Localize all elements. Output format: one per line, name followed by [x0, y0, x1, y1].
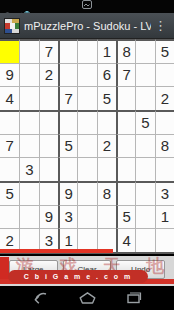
cell-r2c3[interactable]: 7	[58, 86, 77, 110]
navigation-bar	[0, 286, 174, 310]
cell-r2c1[interactable]	[19, 86, 38, 110]
cell-r0c8[interactable]: 5	[155, 39, 174, 63]
cell-r5c4[interactable]	[77, 157, 96, 181]
cell-r3c1[interactable]	[19, 110, 38, 134]
app-title: mPuzzlePro - Sudoku - LVL ...	[24, 20, 151, 32]
cell-r6c1[interactable]	[19, 181, 38, 205]
cell-r3c6[interactable]	[116, 110, 135, 134]
cell-r1c3[interactable]	[58, 63, 77, 87]
cell-r1c8[interactable]	[155, 63, 174, 87]
large-button[interactable]: Large	[9, 260, 58, 279]
cell-r8c1[interactable]	[19, 228, 38, 252]
cell-r7c7[interactable]	[135, 205, 154, 229]
cell-r3c5[interactable]	[97, 110, 116, 134]
toolbar: Large Clear Undo	[0, 256, 174, 286]
cell-r0c0[interactable]	[0, 39, 19, 63]
cell-r8c0[interactable]: 2	[0, 228, 19, 252]
cell-r0c1[interactable]	[19, 39, 38, 63]
back-icon[interactable]	[32, 292, 49, 304]
cell-r5c5[interactable]	[97, 157, 116, 181]
cell-r6c8[interactable]: 3	[155, 181, 174, 205]
cell-r3c4[interactable]	[77, 110, 96, 134]
cell-r4c6[interactable]	[116, 134, 135, 158]
cell-r5c6[interactable]	[116, 157, 135, 181]
cell-r8c7[interactable]	[135, 228, 154, 252]
cell-r5c8[interactable]	[155, 157, 174, 181]
home-icon[interactable]	[79, 292, 96, 304]
cell-r7c3[interactable]: 3	[58, 205, 77, 229]
recents-icon[interactable]	[125, 292, 142, 304]
cell-r6c7[interactable]	[135, 181, 154, 205]
cell-r4c7[interactable]	[135, 134, 154, 158]
cell-r6c4[interactable]	[77, 181, 96, 205]
cell-r2c0[interactable]: 4	[0, 86, 19, 110]
cell-r4c8[interactable]: 8	[155, 134, 174, 158]
cell-r8c3[interactable]: 1	[58, 228, 77, 252]
cell-r4c4[interactable]	[77, 134, 96, 158]
cell-r3c2[interactable]	[39, 110, 58, 134]
cell-r4c3[interactable]: 5	[58, 134, 77, 158]
cell-r6c5[interactable]: 8	[97, 181, 116, 205]
screen: 21:37 mPuzzlePro - Sudoku - LVL ... ⋮ 71…	[0, 0, 174, 310]
cell-r1c0[interactable]: 9	[0, 63, 19, 87]
cell-r0c6[interactable]: 8	[116, 39, 135, 63]
cell-r7c4[interactable]	[77, 205, 96, 229]
cell-r0c2[interactable]: 7	[39, 39, 58, 63]
cell-r7c2[interactable]: 9	[39, 205, 58, 229]
action-bar: mPuzzlePro - Sudoku - LVL ... ⋮	[0, 13, 174, 39]
cell-r2c2[interactable]	[39, 86, 58, 110]
cell-r5c0[interactable]	[0, 157, 19, 181]
overflow-menu-icon[interactable]: ⋮	[151, 19, 170, 32]
cell-r7c0[interactable]	[0, 205, 19, 229]
cell-r0c3[interactable]	[58, 39, 77, 63]
cell-r7c1[interactable]	[19, 205, 38, 229]
cell-r2c6[interactable]	[116, 86, 135, 110]
cell-r0c5[interactable]: 1	[97, 39, 116, 63]
cell-r8c6[interactable]: 4	[116, 228, 135, 252]
cell-r1c6[interactable]: 7	[116, 63, 135, 87]
cell-r6c0[interactable]: 5	[0, 181, 19, 205]
cell-r8c8[interactable]	[155, 228, 174, 252]
cell-r5c2[interactable]	[39, 157, 58, 181]
cell-r2c8[interactable]: 2	[155, 86, 174, 110]
cell-r3c8[interactable]	[155, 110, 174, 134]
cell-r0c4[interactable]	[77, 39, 96, 63]
cell-r7c6[interactable]: 5	[116, 205, 135, 229]
cell-r3c0[interactable]	[0, 110, 19, 134]
cell-r1c1[interactable]	[19, 63, 38, 87]
cell-r6c6[interactable]	[116, 181, 135, 205]
app-icon	[4, 18, 20, 34]
cell-r1c2[interactable]: 2	[39, 63, 58, 87]
cell-r7c8[interactable]: 1	[155, 205, 174, 229]
clear-button[interactable]: Clear	[63, 260, 112, 279]
cell-r4c2[interactable]	[39, 134, 58, 158]
notification-icon	[3, 0, 171, 9]
cell-r0c7[interactable]	[135, 39, 154, 63]
cell-r7c5[interactable]	[97, 205, 116, 229]
cell-r2c7[interactable]	[135, 86, 154, 110]
cell-r5c3[interactable]	[58, 157, 77, 181]
cell-r4c5[interactable]: 2	[97, 134, 116, 158]
sudoku-board: 718592674752575283598393512314	[0, 39, 174, 254]
cell-r8c4[interactable]	[77, 228, 96, 252]
cell-r1c7[interactable]	[135, 63, 154, 87]
cell-r2c4[interactable]	[77, 86, 96, 110]
cell-r2c5[interactable]: 5	[97, 86, 116, 110]
cell-r5c1[interactable]: 3	[19, 157, 38, 181]
status-bar: 21:37	[0, 0, 174, 13]
cell-r6c3[interactable]: 9	[58, 181, 77, 205]
cell-r4c1[interactable]	[19, 134, 38, 158]
undo-button[interactable]: Undo	[116, 260, 165, 279]
cell-r1c4[interactable]	[77, 63, 96, 87]
cell-r3c3[interactable]	[58, 110, 77, 134]
cell-r1c5[interactable]: 6	[97, 63, 116, 87]
cell-r6c2[interactable]	[39, 181, 58, 205]
cell-r4c0[interactable]: 7	[0, 134, 19, 158]
cell-r5c7[interactable]	[135, 157, 154, 181]
cell-r8c5[interactable]	[97, 228, 116, 252]
cell-r8c2[interactable]: 3	[39, 228, 58, 252]
cell-r3c7[interactable]: 5	[135, 110, 154, 134]
